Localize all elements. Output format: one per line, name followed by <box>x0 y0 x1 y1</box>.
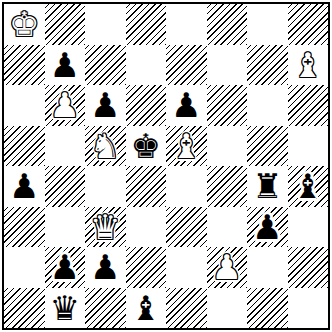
black-rook-g4[interactable]: ♜ <box>252 166 282 207</box>
square-d8[interactable] <box>126 4 167 45</box>
white-pawn-f2[interactable]: ♟ <box>212 247 242 288</box>
white-pawn-b6[interactable]: ♟ <box>50 85 80 126</box>
black-pawn-c2[interactable]: ♟ <box>90 247 120 288</box>
square-c5[interactable]: ♞ <box>85 126 126 167</box>
square-c4[interactable] <box>85 166 126 207</box>
square-h3[interactable] <box>288 207 329 248</box>
square-f3[interactable] <box>207 207 248 248</box>
square-c1[interactable] <box>85 288 126 329</box>
square-b7[interactable]: ♟ <box>45 45 86 86</box>
square-d3[interactable] <box>126 207 167 248</box>
square-h8[interactable] <box>288 4 329 45</box>
square-b8[interactable] <box>45 4 86 45</box>
square-e8[interactable] <box>166 4 207 45</box>
square-d2[interactable] <box>126 247 167 288</box>
square-e7[interactable] <box>166 45 207 86</box>
square-b3[interactable] <box>45 207 86 248</box>
square-h5[interactable] <box>288 126 329 167</box>
square-a2[interactable] <box>4 247 45 288</box>
white-knight-c5[interactable]: ♞ <box>90 126 120 167</box>
square-b5[interactable] <box>45 126 86 167</box>
square-g8[interactable] <box>247 4 288 45</box>
square-f6[interactable] <box>207 85 248 126</box>
square-b6[interactable]: ♟ <box>45 85 86 126</box>
square-c7[interactable] <box>85 45 126 86</box>
square-e2[interactable] <box>166 247 207 288</box>
square-e3[interactable] <box>166 207 207 248</box>
square-a6[interactable] <box>4 85 45 126</box>
square-c6[interactable]: ♟ <box>85 85 126 126</box>
square-h1[interactable] <box>288 288 329 329</box>
white-queen-c3[interactable]: ♛ <box>90 207 120 248</box>
black-bishop-h4[interactable]: ♝ <box>293 166 323 207</box>
black-pawn-b2[interactable]: ♟ <box>50 247 80 288</box>
board-frame: ♚♟♝♟♟♟♞♚♝♟♜♝♛♟♟♟♟♛♝ <box>2 2 330 330</box>
chess-diagram: ♚♟♝♟♟♟♞♚♝♟♜♝♛♟♟♟♟♛♝ <box>0 0 332 332</box>
square-g3[interactable]: ♟ <box>247 207 288 248</box>
square-e6[interactable]: ♟ <box>166 85 207 126</box>
chess-board[interactable]: ♚♟♝♟♟♟♞♚♝♟♜♝♛♟♟♟♟♛♝ <box>4 4 328 328</box>
square-f4[interactable] <box>207 166 248 207</box>
square-d5[interactable]: ♚ <box>126 126 167 167</box>
square-g4[interactable]: ♜ <box>247 166 288 207</box>
square-d1[interactable]: ♝ <box>126 288 167 329</box>
square-f1[interactable] <box>207 288 248 329</box>
square-g2[interactable] <box>247 247 288 288</box>
black-pawn-c6[interactable]: ♟ <box>90 85 120 126</box>
square-a4[interactable]: ♟ <box>4 166 45 207</box>
square-d4[interactable] <box>126 166 167 207</box>
black-pawn-b7[interactable]: ♟ <box>50 45 80 86</box>
square-h2[interactable] <box>288 247 329 288</box>
square-b1[interactable]: ♛ <box>45 288 86 329</box>
square-h4[interactable]: ♝ <box>288 166 329 207</box>
square-a5[interactable] <box>4 126 45 167</box>
square-d7[interactable] <box>126 45 167 86</box>
black-pawn-g3[interactable]: ♟ <box>252 207 282 248</box>
square-f5[interactable] <box>207 126 248 167</box>
black-queen-b1[interactable]: ♛ <box>50 288 80 329</box>
square-c8[interactable] <box>85 4 126 45</box>
square-a7[interactable] <box>4 45 45 86</box>
square-g7[interactable] <box>247 45 288 86</box>
square-e1[interactable] <box>166 288 207 329</box>
square-d6[interactable] <box>126 85 167 126</box>
square-a8[interactable]: ♚ <box>4 4 45 45</box>
square-a3[interactable] <box>4 207 45 248</box>
white-king-a8[interactable]: ♚ <box>9 4 39 45</box>
square-g5[interactable] <box>247 126 288 167</box>
black-king-d5[interactable]: ♚ <box>131 126 161 167</box>
square-b4[interactable] <box>45 166 86 207</box>
black-bishop-d1[interactable]: ♝ <box>131 288 161 329</box>
square-b2[interactable]: ♟ <box>45 247 86 288</box>
square-h6[interactable] <box>288 85 329 126</box>
black-pawn-e6[interactable]: ♟ <box>171 85 201 126</box>
square-a1[interactable] <box>4 288 45 329</box>
square-f7[interactable] <box>207 45 248 86</box>
square-g6[interactable] <box>247 85 288 126</box>
square-h7[interactable]: ♝ <box>288 45 329 86</box>
square-c3[interactable]: ♛ <box>85 207 126 248</box>
square-g1[interactable] <box>247 288 288 329</box>
square-c2[interactable]: ♟ <box>85 247 126 288</box>
black-pawn-a4[interactable]: ♟ <box>9 166 39 207</box>
white-bishop-h7[interactable]: ♝ <box>293 45 323 86</box>
square-e4[interactable] <box>166 166 207 207</box>
white-bishop-e5[interactable]: ♝ <box>171 126 201 167</box>
square-f8[interactable] <box>207 4 248 45</box>
square-f2[interactable]: ♟ <box>207 247 248 288</box>
square-e5[interactable]: ♝ <box>166 126 207 167</box>
